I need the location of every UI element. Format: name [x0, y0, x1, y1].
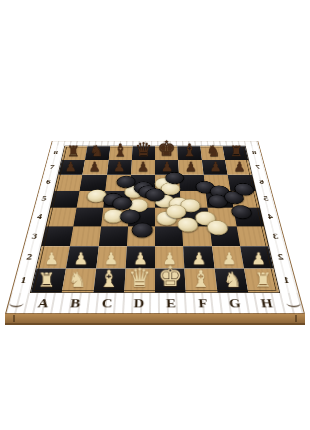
- white-pawn[interactable]: ♟: [221, 250, 236, 266]
- hinge-icon: [13, 315, 15, 322]
- rank-label-6: 6: [252, 174, 271, 190]
- black-pawn[interactable]: ♟: [113, 160, 125, 173]
- white-bishop[interactable]: ♝: [98, 268, 119, 291]
- file-label-h: H: [249, 297, 284, 311]
- square-h1[interactable]: ♜: [244, 268, 279, 292]
- square-b2[interactable]: ♟: [66, 246, 98, 268]
- black-checker[interactable]: [145, 189, 165, 202]
- square-b4[interactable]: [74, 208, 103, 227]
- file-label-b: B: [58, 297, 92, 311]
- square-g7[interactable]: ♟: [202, 160, 228, 175]
- chess-grid: ♜♞♝♛♚♝♞♜♟♟♟♟♟♟♟♟♟♟♟♟♟♟♟♟♜♞♝♛♚♝♞♜: [30, 146, 280, 293]
- black-rook[interactable]: ♜: [67, 144, 81, 159]
- rank-label-4: 4: [260, 208, 281, 227]
- white-pawn[interactable]: ♟: [251, 250, 266, 266]
- corner-ornament-icon: [9, 299, 25, 307]
- rank-label-2: 2: [269, 247, 293, 269]
- black-pawn[interactable]: ♟: [233, 160, 245, 173]
- board-scene: 87654321 87654321 ♜♞♝♛♚♝♞♜♟♟♟♟♟♟♟♟♟♟♟♟♟♟…: [5, 14, 305, 314]
- file-labels: ABCDEFGH: [26, 297, 284, 311]
- corner-ornament-icon: [285, 299, 301, 307]
- square-f7[interactable]: ♟: [178, 160, 203, 175]
- rank-label-7: 7: [249, 160, 267, 175]
- file-label-g: G: [218, 297, 252, 311]
- board-front-edge: [5, 314, 305, 325]
- square-d7[interactable]: ♟: [131, 160, 155, 175]
- square-b6[interactable]: [80, 175, 107, 191]
- white-pawn[interactable]: ♟: [103, 250, 118, 266]
- file-label-c: C: [90, 297, 123, 311]
- white-checker[interactable]: [166, 204, 187, 218]
- square-f1[interactable]: ♝: [185, 268, 217, 292]
- square-h3[interactable]: [236, 226, 268, 246]
- square-b3[interactable]: [70, 226, 101, 246]
- square-a2[interactable]: ♟: [37, 246, 70, 268]
- file-label-a: A: [26, 297, 61, 311]
- square-h2[interactable]: ♟: [240, 246, 273, 268]
- black-pawn[interactable]: ♟: [209, 160, 221, 173]
- square-e1[interactable]: ♚: [155, 268, 186, 292]
- black-pawn[interactable]: ♟: [185, 160, 197, 173]
- product-photo-background: 87654321 87654321 ♜♞♝♛♚♝♞♜♟♟♟♟♟♟♟♟♟♟♟♟♟♟…: [0, 0, 310, 430]
- black-pawn[interactable]: ♟: [65, 160, 77, 173]
- black-pawn[interactable]: ♟: [137, 160, 149, 173]
- file-label-e: E: [155, 297, 187, 311]
- black-knight[interactable]: ♞: [206, 143, 220, 159]
- square-c7[interactable]: ♟: [107, 160, 132, 175]
- square-c3[interactable]: [98, 226, 127, 246]
- black-queen[interactable]: ♛: [135, 140, 152, 159]
- black-king[interactable]: ♚: [157, 138, 176, 159]
- black-checker[interactable]: [165, 172, 184, 184]
- white-bishop[interactable]: ♝: [191, 268, 212, 291]
- square-a4[interactable]: [46, 208, 76, 227]
- file-label-f: F: [186, 297, 219, 311]
- file-label-d: D: [123, 297, 155, 311]
- black-checker[interactable]: [131, 223, 153, 238]
- rank-label-3: 3: [264, 226, 286, 246]
- white-queen[interactable]: ♛: [128, 265, 151, 291]
- board-frame-bottom: ABCDEFGH: [5, 293, 305, 314]
- rank-label-5: 5: [256, 190, 276, 207]
- black-bishop[interactable]: ♝: [112, 142, 128, 159]
- white-king[interactable]: ♚: [158, 263, 183, 291]
- black-bishop[interactable]: ♝: [182, 142, 198, 159]
- square-a6[interactable]: [55, 175, 83, 191]
- black-knight[interactable]: ♞: [90, 143, 104, 159]
- rank-label-8: 8: [246, 146, 264, 160]
- square-a7[interactable]: ♟: [58, 160, 85, 175]
- black-pawn[interactable]: ♟: [89, 160, 101, 173]
- square-b1[interactable]: ♞: [62, 268, 96, 292]
- square-a3[interactable]: [42, 226, 74, 246]
- square-a5[interactable]: [51, 190, 80, 207]
- square-b7[interactable]: ♟: [83, 160, 109, 175]
- hinge-icon: [295, 315, 297, 322]
- square-g2[interactable]: ♟: [212, 246, 244, 268]
- square-a1[interactable]: ♜: [31, 268, 66, 292]
- white-pawn[interactable]: ♟: [192, 250, 207, 266]
- square-g1[interactable]: ♞: [214, 268, 248, 292]
- white-pawn[interactable]: ♟: [74, 250, 89, 266]
- square-h7[interactable]: ♟: [225, 160, 252, 175]
- white-knight[interactable]: ♞: [223, 270, 242, 291]
- black-rook[interactable]: ♜: [230, 144, 244, 159]
- white-rook[interactable]: ♜: [38, 271, 56, 291]
- white-knight[interactable]: ♞: [68, 270, 87, 291]
- white-rook[interactable]: ♜: [254, 271, 272, 291]
- square-c1[interactable]: ♝: [93, 268, 125, 292]
- game-board: 87654321 87654321 ♜♞♝♛♚♝♞♜♟♟♟♟♟♟♟♟♟♟♟♟♟♟…: [5, 141, 305, 314]
- square-d1[interactable]: ♛: [124, 268, 155, 292]
- white-pawn[interactable]: ♟: [44, 250, 59, 266]
